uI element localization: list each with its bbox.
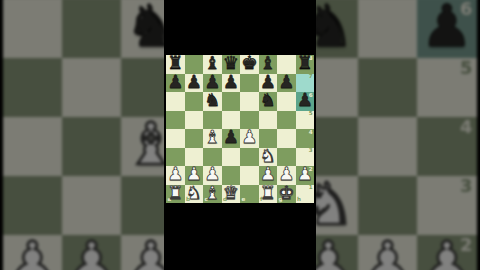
square-h4[interactable]: 4 xyxy=(296,129,315,148)
square-d4[interactable]: ♟ xyxy=(222,129,241,148)
bg-square-h2: 2♟ xyxy=(417,235,476,270)
bg-square-g2: ♟ xyxy=(358,235,417,270)
coord-file-h: h xyxy=(297,197,301,203)
square-h5[interactable]: 5 xyxy=(296,111,315,130)
bg-coord-rank-3: 3 xyxy=(460,178,472,196)
square-a7[interactable]: ♟ xyxy=(166,74,185,93)
square-c6[interactable]: ♞ xyxy=(203,92,222,111)
bg-square-g3 xyxy=(358,176,417,235)
square-a4[interactable] xyxy=(166,129,185,148)
bg-coord-rank-5: 5 xyxy=(460,60,472,78)
square-b1[interactable]: b♞ xyxy=(185,185,204,204)
square-g6[interactable] xyxy=(277,92,296,111)
square-c1[interactable]: c♝ xyxy=(203,185,222,204)
bg-square-a4 xyxy=(3,117,62,176)
bg-square-a6 xyxy=(3,0,62,58)
square-f5[interactable] xyxy=(259,111,278,130)
square-g5[interactable] xyxy=(277,111,296,130)
square-g7[interactable]: ♟ xyxy=(277,74,296,93)
bg-square-g4 xyxy=(358,117,417,176)
square-e4[interactable]: ♟ xyxy=(240,129,259,148)
square-a5[interactable] xyxy=(166,111,185,130)
square-d1[interactable]: d♛ xyxy=(222,185,241,204)
square-e7[interactable] xyxy=(240,74,259,93)
black-pawn-g7[interactable]: ♟ xyxy=(277,73,296,92)
black-pawn-d4[interactable]: ♟ xyxy=(222,128,241,147)
black-rook-h8[interactable]: ♜ xyxy=(296,54,315,73)
white-knight-b1[interactable]: ♞ xyxy=(185,184,204,203)
coord-rank-7: 7 xyxy=(309,74,313,80)
black-pawn-d7[interactable]: ♟ xyxy=(222,73,241,92)
bg-square-a2: ♟ xyxy=(3,235,62,270)
square-h1[interactable]: 1h xyxy=(296,185,315,204)
square-e2[interactable] xyxy=(240,166,259,185)
bg-square-g5 xyxy=(358,58,417,117)
square-g1[interactable]: g♚ xyxy=(277,185,296,204)
bg-black-pawn-h6: ♟ xyxy=(417,0,476,56)
coord-file-e: e xyxy=(241,197,245,203)
bg-square-h3: 3 xyxy=(417,176,476,235)
square-a6[interactable] xyxy=(166,92,185,111)
bg-square-b3 xyxy=(62,176,121,235)
black-king-e8[interactable]: ♚ xyxy=(240,54,259,73)
square-e8[interactable]: ♚ xyxy=(240,55,259,74)
bg-white-pawn-b2: ♟ xyxy=(62,233,121,270)
square-h6[interactable]: 6♟ xyxy=(296,92,315,111)
video-frame: ♜♝♛♚♝8♜♟♟♟♟♟♟7♞♞6♟5♝♟♟4♞3♟♟♟♟♟2♟a♜b♞c♝d♛… xyxy=(0,0,480,270)
bg-white-pawn-a2: ♟ xyxy=(3,233,62,270)
bg-square-a3 xyxy=(3,176,62,235)
square-b5[interactable] xyxy=(185,111,204,130)
bg-coord-rank-4: 4 xyxy=(460,119,472,137)
black-pawn-h6[interactable]: ♟ xyxy=(296,91,315,110)
bg-white-pawn-g2: ♟ xyxy=(358,233,417,270)
square-d3[interactable] xyxy=(222,148,241,167)
white-queen-d1[interactable]: ♛ xyxy=(222,184,241,203)
black-knight-f6[interactable]: ♞ xyxy=(259,91,278,110)
bg-square-b5 xyxy=(62,58,121,117)
square-e6[interactable] xyxy=(240,92,259,111)
square-c4[interactable]: ♝ xyxy=(203,129,222,148)
black-knight-c6[interactable]: ♞ xyxy=(203,91,222,110)
video-strip: ♜♝♛♚♝8♜♟♟♟♟♟♟7♞♞6♟5♝♟♟4♞3♟♟♟♟♟2♟a♜b♞c♝d♛… xyxy=(164,0,316,270)
square-e3[interactable] xyxy=(240,148,259,167)
square-a1[interactable]: a♜ xyxy=(166,185,185,204)
coord-rank-3: 3 xyxy=(309,148,313,154)
black-pawn-b7[interactable]: ♟ xyxy=(185,73,204,92)
bg-square-h5: 5 xyxy=(417,58,476,117)
square-h8[interactable]: 8♜ xyxy=(296,55,315,74)
square-f1[interactable]: f♜ xyxy=(259,185,278,204)
square-g4[interactable] xyxy=(277,129,296,148)
bg-square-a5 xyxy=(3,58,62,117)
bg-square-b2: ♟ xyxy=(62,235,121,270)
bg-square-b6 xyxy=(62,0,121,58)
black-pawn-a7[interactable]: ♟ xyxy=(166,73,185,92)
square-e1[interactable]: e xyxy=(240,185,259,204)
square-h2[interactable]: 2♟ xyxy=(296,166,315,185)
white-bishop-c4[interactable]: ♝ xyxy=(203,128,222,147)
white-rook-a1[interactable]: ♜ xyxy=(166,184,185,203)
square-b7[interactable]: ♟ xyxy=(185,74,204,93)
chess-board-container: ♜♝♛♚♝8♜♟♟♟♟♟♟7♞♞6♟5♝♟♟4♞3♟♟♟♟♟2♟a♜b♞c♝d♛… xyxy=(166,55,314,203)
white-rook-f1[interactable]: ♜ xyxy=(259,184,278,203)
white-bishop-c1[interactable]: ♝ xyxy=(203,184,222,203)
bg-square-g6 xyxy=(358,0,417,58)
bg-square-b4 xyxy=(62,117,121,176)
white-pawn-h2[interactable]: ♟ xyxy=(296,165,315,184)
bg-square-h6: 6♟ xyxy=(417,0,476,58)
square-b4[interactable] xyxy=(185,129,204,148)
square-f6[interactable]: ♞ xyxy=(259,92,278,111)
coord-rank-1: 1 xyxy=(309,185,313,191)
bg-white-pawn-h2: ♟ xyxy=(417,233,476,270)
white-pawn-e4[interactable]: ♟ xyxy=(240,128,259,147)
bg-square-h4: 4 xyxy=(417,117,476,176)
square-b6[interactable] xyxy=(185,92,204,111)
square-d7[interactable]: ♟ xyxy=(222,74,241,93)
coord-rank-4: 4 xyxy=(309,130,313,136)
chess-board[interactable]: ♜♝♛♚♝8♜♟♟♟♟♟♟7♞♞6♟5♝♟♟4♞3♟♟♟♟♟2♟a♜b♞c♝d♛… xyxy=(166,55,314,203)
square-d6[interactable] xyxy=(222,92,241,111)
coord-rank-5: 5 xyxy=(309,111,313,117)
white-king-g1[interactable]: ♚ xyxy=(277,184,296,203)
